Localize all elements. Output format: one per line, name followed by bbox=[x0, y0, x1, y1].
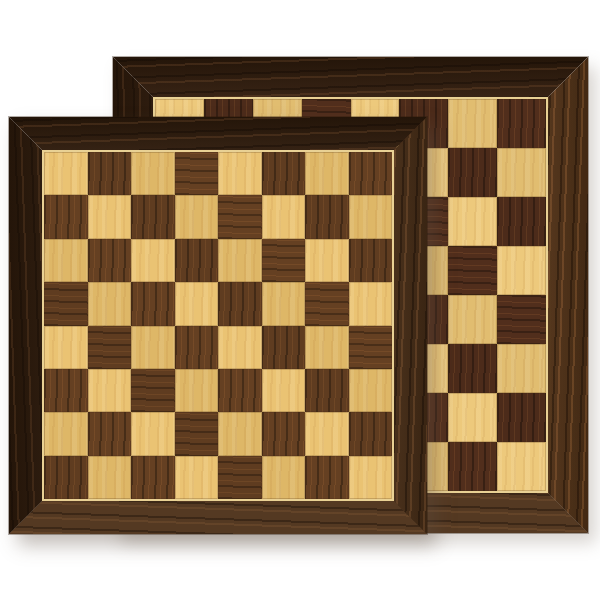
board-square bbox=[262, 326, 306, 369]
board-square bbox=[349, 369, 393, 412]
board-square bbox=[131, 195, 175, 238]
board-square bbox=[88, 239, 132, 282]
board-square bbox=[44, 412, 88, 455]
board-square bbox=[448, 99, 497, 148]
board-square bbox=[88, 282, 132, 325]
board-square bbox=[497, 295, 546, 344]
board-square bbox=[448, 393, 497, 442]
board-square bbox=[175, 326, 219, 369]
board-square bbox=[448, 442, 497, 491]
board-square bbox=[497, 442, 546, 491]
board-square bbox=[497, 197, 546, 246]
board-square bbox=[305, 456, 349, 499]
board-square bbox=[218, 282, 262, 325]
front-chessboard bbox=[9, 117, 427, 534]
board-square bbox=[349, 412, 393, 455]
board-square bbox=[218, 239, 262, 282]
board-square bbox=[218, 152, 262, 195]
board-grid bbox=[44, 152, 392, 499]
board-square bbox=[131, 412, 175, 455]
board-square bbox=[88, 369, 132, 412]
board-square bbox=[305, 412, 349, 455]
board-square bbox=[497, 246, 546, 295]
board-square bbox=[448, 295, 497, 344]
board-square bbox=[175, 239, 219, 282]
board-square bbox=[305, 152, 349, 195]
board-square bbox=[44, 456, 88, 499]
board-square bbox=[349, 326, 393, 369]
board-square bbox=[305, 195, 349, 238]
board-square bbox=[88, 456, 132, 499]
board-square bbox=[44, 369, 88, 412]
board-square bbox=[262, 412, 306, 455]
board-square bbox=[218, 326, 262, 369]
board-square bbox=[262, 152, 306, 195]
board-square bbox=[262, 456, 306, 499]
board-square bbox=[44, 326, 88, 369]
board-square bbox=[349, 239, 393, 282]
board-square bbox=[218, 369, 262, 412]
board-square bbox=[44, 152, 88, 195]
board-square bbox=[349, 282, 393, 325]
board-square bbox=[305, 369, 349, 412]
board-square bbox=[349, 152, 393, 195]
board-square bbox=[448, 246, 497, 295]
board-square bbox=[349, 456, 393, 499]
board-square bbox=[349, 195, 393, 238]
board-square bbox=[305, 326, 349, 369]
board-square bbox=[131, 456, 175, 499]
board-square bbox=[88, 195, 132, 238]
board-square bbox=[262, 369, 306, 412]
board-square bbox=[218, 456, 262, 499]
board-square bbox=[305, 282, 349, 325]
board-square bbox=[448, 197, 497, 246]
board-square bbox=[44, 195, 88, 238]
board-square bbox=[262, 239, 306, 282]
product-photo bbox=[0, 0, 600, 600]
board-square bbox=[44, 239, 88, 282]
board-square bbox=[262, 282, 306, 325]
board-square bbox=[175, 282, 219, 325]
board-square bbox=[497, 393, 546, 442]
board-square bbox=[44, 282, 88, 325]
board-square bbox=[218, 195, 262, 238]
board-square bbox=[175, 456, 219, 499]
board-square bbox=[218, 412, 262, 455]
board-square bbox=[175, 369, 219, 412]
board-square bbox=[88, 326, 132, 369]
board-square bbox=[131, 239, 175, 282]
board-square bbox=[497, 344, 546, 393]
playing-area bbox=[42, 150, 394, 501]
board-square bbox=[131, 282, 175, 325]
board-square bbox=[131, 152, 175, 195]
board-square bbox=[262, 195, 306, 238]
board-square bbox=[497, 99, 546, 148]
board-square bbox=[88, 152, 132, 195]
board-square bbox=[305, 239, 349, 282]
board-square bbox=[131, 326, 175, 369]
board-square bbox=[175, 195, 219, 238]
board-square bbox=[448, 148, 497, 197]
board-square bbox=[175, 412, 219, 455]
board-square bbox=[448, 344, 497, 393]
board-square bbox=[175, 152, 219, 195]
board-square bbox=[497, 148, 546, 197]
board-square bbox=[88, 412, 132, 455]
board-square bbox=[131, 369, 175, 412]
